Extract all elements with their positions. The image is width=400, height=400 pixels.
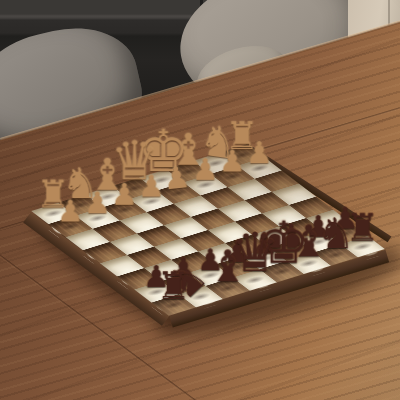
photo-scene: ♜♞♝♛♚♝♞♜♟♟♟♟♟♟♟♟♟♟♟♟♟♟♟♟♜♞♝♛♚♝♞♜ (0, 0, 400, 400)
piece-white-rook-a1[interactable]: ♜ (150, 267, 198, 305)
piece-black-pawn-a7[interactable]: ♟ (47, 196, 95, 226)
